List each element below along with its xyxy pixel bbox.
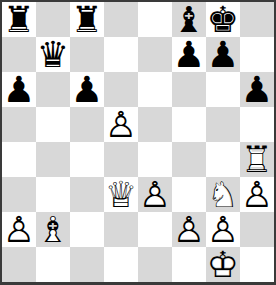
piece-white-bishop: ♝♗ (36, 212, 70, 247)
square-e8[interactable] (138, 2, 172, 37)
square-g5[interactable] (206, 107, 240, 142)
square-f2[interactable]: ♟♙ (172, 212, 206, 247)
square-c5[interactable] (70, 107, 104, 142)
square-d4[interactable] (104, 142, 138, 177)
white-piece-fill-glyph: ♛ (104, 177, 138, 212)
square-b2[interactable]: ♝♗ (36, 212, 70, 247)
square-h5[interactable] (240, 107, 274, 142)
square-c4[interactable] (70, 142, 104, 177)
piece-black-pawn: ♟ (172, 37, 206, 72)
piece-white-pawn: ♟♙ (172, 212, 206, 247)
white-piece-outline-glyph: ♙ (138, 177, 172, 212)
square-d3[interactable]: ♛♕ (104, 177, 138, 212)
square-h8[interactable] (240, 2, 274, 37)
piece-white-pawn: ♟♙ (138, 177, 172, 212)
white-piece-outline-glyph: ♙ (2, 212, 36, 247)
black-piece-glyph: ♜ (2, 2, 36, 37)
black-piece-glyph: ♟ (240, 72, 274, 107)
square-e7[interactable] (138, 37, 172, 72)
square-a2[interactable]: ♟♙ (2, 212, 36, 247)
white-piece-outline-glyph: ♖ (240, 142, 274, 177)
piece-black-queen: ♛ (36, 37, 70, 72)
white-piece-outline-glyph: ♙ (104, 107, 138, 142)
square-c7[interactable] (70, 37, 104, 72)
white-piece-fill-glyph: ♝ (36, 212, 70, 247)
white-piece-fill-glyph: ♟ (206, 212, 240, 247)
square-d7[interactable] (104, 37, 138, 72)
square-a1[interactable] (2, 247, 36, 282)
square-a4[interactable] (2, 142, 36, 177)
piece-white-rook: ♜♖ (240, 142, 274, 177)
piece-white-queen: ♛♕ (104, 177, 138, 212)
square-c6[interactable]: ♟ (70, 72, 104, 107)
square-g1[interactable]: ♚♔ (206, 247, 240, 282)
piece-white-pawn: ♟♙ (104, 107, 138, 142)
white-piece-fill-glyph: ♜ (240, 142, 274, 177)
square-h7[interactable] (240, 37, 274, 72)
white-piece-fill-glyph: ♟ (2, 212, 36, 247)
black-piece-glyph: ♝ (172, 2, 206, 37)
piece-white-king: ♚♔ (206, 247, 240, 282)
square-g6[interactable] (206, 72, 240, 107)
chess-board: ♜♜♝♚♛♟♟♟♟♟♟♙♜♖♛♕♟♙♞♘♟♙♟♙♝♗♟♙♟♙♚♔ (2, 2, 274, 282)
piece-white-pawn: ♟♙ (240, 177, 274, 212)
square-b8[interactable] (36, 2, 70, 37)
white-piece-outline-glyph: ♘ (206, 177, 240, 212)
square-b6[interactable] (36, 72, 70, 107)
piece-white-pawn: ♟♙ (206, 212, 240, 247)
square-c8[interactable]: ♜ (70, 2, 104, 37)
white-piece-fill-glyph: ♟ (138, 177, 172, 212)
black-piece-glyph: ♜ (70, 2, 104, 37)
square-b1[interactable] (36, 247, 70, 282)
square-h3[interactable]: ♟♙ (240, 177, 274, 212)
piece-black-rook: ♜ (2, 2, 36, 37)
square-f6[interactable] (172, 72, 206, 107)
square-a7[interactable] (2, 37, 36, 72)
square-e2[interactable] (138, 212, 172, 247)
square-f5[interactable] (172, 107, 206, 142)
square-f3[interactable] (172, 177, 206, 212)
black-piece-glyph: ♟ (70, 72, 104, 107)
white-piece-outline-glyph: ♗ (36, 212, 70, 247)
black-piece-glyph: ♚ (206, 2, 240, 37)
square-e4[interactable] (138, 142, 172, 177)
square-f8[interactable]: ♝ (172, 2, 206, 37)
square-d8[interactable] (104, 2, 138, 37)
square-g7[interactable]: ♟ (206, 37, 240, 72)
square-h2[interactable] (240, 212, 274, 247)
square-c1[interactable] (70, 247, 104, 282)
white-piece-fill-glyph: ♚ (206, 247, 240, 282)
square-g2[interactable]: ♟♙ (206, 212, 240, 247)
square-g3[interactable]: ♞♘ (206, 177, 240, 212)
square-h4[interactable]: ♜♖ (240, 142, 274, 177)
black-piece-glyph: ♟ (172, 37, 206, 72)
piece-white-pawn: ♟♙ (2, 212, 36, 247)
white-piece-fill-glyph: ♟ (104, 107, 138, 142)
white-piece-fill-glyph: ♞ (206, 177, 240, 212)
square-c2[interactable] (70, 212, 104, 247)
piece-black-bishop: ♝ (172, 2, 206, 37)
white-piece-outline-glyph: ♙ (206, 212, 240, 247)
white-piece-outline-glyph: ♙ (172, 212, 206, 247)
white-piece-fill-glyph: ♟ (240, 177, 274, 212)
square-b5[interactable] (36, 107, 70, 142)
square-d2[interactable] (104, 212, 138, 247)
square-h1[interactable] (240, 247, 274, 282)
white-piece-fill-glyph: ♟ (172, 212, 206, 247)
square-f4[interactable] (172, 142, 206, 177)
square-e5[interactable] (138, 107, 172, 142)
square-a6[interactable]: ♟ (2, 72, 36, 107)
black-piece-glyph: ♟ (206, 37, 240, 72)
square-a8[interactable]: ♜ (2, 2, 36, 37)
piece-white-knight: ♞♘ (206, 177, 240, 212)
square-b3[interactable] (36, 177, 70, 212)
black-piece-glyph: ♟ (2, 72, 36, 107)
square-e1[interactable] (138, 247, 172, 282)
piece-black-pawn: ♟ (206, 37, 240, 72)
chess-board-frame: ♜♜♝♚♛♟♟♟♟♟♟♙♜♖♛♕♟♙♞♘♟♙♟♙♝♗♟♙♟♙♚♔ (0, 0, 276, 285)
white-piece-outline-glyph: ♕ (104, 177, 138, 212)
piece-black-king: ♚ (206, 2, 240, 37)
square-a3[interactable] (2, 177, 36, 212)
square-d1[interactable] (104, 247, 138, 282)
square-a5[interactable] (2, 107, 36, 142)
piece-black-pawn: ♟ (2, 72, 36, 107)
piece-black-pawn: ♟ (240, 72, 274, 107)
square-f7[interactable]: ♟ (172, 37, 206, 72)
square-e6[interactable] (138, 72, 172, 107)
piece-black-rook: ♜ (70, 2, 104, 37)
square-c3[interactable] (70, 177, 104, 212)
square-b4[interactable] (36, 142, 70, 177)
square-d6[interactable] (104, 72, 138, 107)
white-piece-outline-glyph: ♙ (240, 177, 274, 212)
square-e3[interactable]: ♟♙ (138, 177, 172, 212)
square-h6[interactable]: ♟ (240, 72, 274, 107)
square-g4[interactable] (206, 142, 240, 177)
black-piece-glyph: ♛ (36, 37, 70, 72)
white-piece-outline-glyph: ♔ (206, 247, 240, 282)
square-d5[interactable]: ♟♙ (104, 107, 138, 142)
square-f1[interactable] (172, 247, 206, 282)
piece-black-pawn: ♟ (70, 72, 104, 107)
square-b7[interactable]: ♛ (36, 37, 70, 72)
square-g8[interactable]: ♚ (206, 2, 240, 37)
